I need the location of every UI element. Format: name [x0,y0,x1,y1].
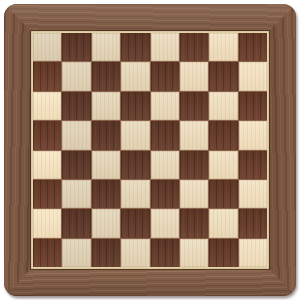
square-h3[interactable] [239,180,267,208]
frame-bottom-rail [4,268,296,296]
square-b4[interactable] [62,151,90,179]
square-a6[interactable] [33,92,61,120]
square-c4[interactable] [92,151,120,179]
square-f1[interactable] [180,239,208,267]
square-d8[interactable] [121,33,149,61]
frame-left-rail [4,4,31,296]
square-d4[interactable] [121,151,149,179]
square-b5[interactable] [62,121,90,149]
square-f8[interactable] [180,33,208,61]
frame-top-rail [4,4,296,31]
square-b2[interactable] [62,209,90,237]
square-h2[interactable] [239,209,267,237]
square-a5[interactable] [33,121,61,149]
square-a1[interactable] [33,239,61,267]
chessboard-photo [0,0,300,300]
square-c6[interactable] [92,92,120,120]
square-c1[interactable] [92,239,120,267]
square-b6[interactable] [62,92,90,120]
chess-board [33,33,267,267]
square-e5[interactable] [151,121,179,149]
square-g6[interactable] [209,92,237,120]
square-c7[interactable] [92,62,120,90]
square-a7[interactable] [33,62,61,90]
square-h5[interactable] [239,121,267,149]
square-g4[interactable] [209,151,237,179]
square-f3[interactable] [180,180,208,208]
square-c3[interactable] [92,180,120,208]
square-e1[interactable] [151,239,179,267]
square-f2[interactable] [180,209,208,237]
square-d7[interactable] [121,62,149,90]
square-b8[interactable] [62,33,90,61]
square-d1[interactable] [121,239,149,267]
square-e6[interactable] [151,92,179,120]
square-h7[interactable] [239,62,267,90]
frame-right-rail [269,4,296,296]
square-d6[interactable] [121,92,149,120]
square-h6[interactable] [239,92,267,120]
square-a8[interactable] [33,33,61,61]
square-c5[interactable] [92,121,120,149]
square-h1[interactable] [239,239,267,267]
square-c2[interactable] [92,209,120,237]
square-a4[interactable] [33,151,61,179]
square-a2[interactable] [33,209,61,237]
square-e2[interactable] [151,209,179,237]
square-a3[interactable] [33,180,61,208]
square-g7[interactable] [209,62,237,90]
board-frame [4,4,296,296]
square-f5[interactable] [180,121,208,149]
square-e3[interactable] [151,180,179,208]
square-f4[interactable] [180,151,208,179]
square-g1[interactable] [209,239,237,267]
square-e8[interactable] [151,33,179,61]
square-c8[interactable] [92,33,120,61]
square-f6[interactable] [180,92,208,120]
square-g8[interactable] [209,33,237,61]
square-h4[interactable] [239,151,267,179]
square-b3[interactable] [62,180,90,208]
square-d2[interactable] [121,209,149,237]
board-inner-border [31,31,269,269]
square-e4[interactable] [151,151,179,179]
square-g3[interactable] [209,180,237,208]
square-g5[interactable] [209,121,237,149]
square-d3[interactable] [121,180,149,208]
square-b1[interactable] [62,239,90,267]
square-d5[interactable] [121,121,149,149]
square-f7[interactable] [180,62,208,90]
square-h8[interactable] [239,33,267,61]
square-e7[interactable] [151,62,179,90]
square-g2[interactable] [209,209,237,237]
square-b7[interactable] [62,62,90,90]
